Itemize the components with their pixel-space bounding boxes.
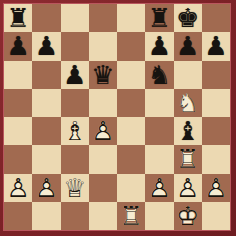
black-piece-glyph: ♟: [176, 33, 199, 59]
white-pawn-b2[interactable]: ♟♙: [32, 174, 60, 202]
white-pawn-f2[interactable]: ♟♙: [145, 174, 173, 202]
square-e1[interactable]: ♜♖: [117, 202, 145, 230]
square-c7[interactable]: [61, 32, 89, 60]
square-g3[interactable]: ♜♖: [174, 145, 202, 173]
square-h8[interactable]: [202, 4, 230, 32]
square-g5[interactable]: ♞♘: [174, 89, 202, 117]
black-piece-glyph: ♝: [176, 118, 199, 144]
square-d1[interactable]: [89, 202, 117, 230]
square-f7[interactable]: ♟: [145, 32, 173, 60]
square-b3[interactable]: [32, 145, 60, 173]
white-piece-outline: ♕: [63, 175, 86, 201]
white-pawn-a2[interactable]: ♟♙: [4, 174, 32, 202]
white-piece-outline: ♙: [91, 118, 114, 144]
black-piece-glyph: ♟: [6, 33, 29, 59]
square-b7[interactable]: ♟: [32, 32, 60, 60]
square-a2[interactable]: ♟♙: [4, 174, 32, 202]
square-f4[interactable]: [145, 117, 173, 145]
white-piece-outline: ♙: [35, 175, 58, 201]
square-e6[interactable]: [117, 61, 145, 89]
square-b4[interactable]: [32, 117, 60, 145]
black-knight-f6[interactable]: ♞: [145, 61, 173, 89]
white-pawn-d4[interactable]: ♟♙: [89, 117, 117, 145]
square-h4[interactable]: [202, 117, 230, 145]
square-d8[interactable]: [89, 4, 117, 32]
white-piece-outline: ♖: [119, 203, 142, 229]
white-pawn-g2[interactable]: ♟♙: [174, 174, 202, 202]
square-h6[interactable]: [202, 61, 230, 89]
square-c6[interactable]: ♟: [61, 61, 89, 89]
square-g1[interactable]: ♚♔: [174, 202, 202, 230]
white-piece-outline: ♗: [63, 118, 86, 144]
square-d7[interactable]: [89, 32, 117, 60]
white-piece-outline: ♙: [6, 175, 29, 201]
square-c4[interactable]: ♝♗: [61, 117, 89, 145]
square-c8[interactable]: [61, 4, 89, 32]
black-rook-f8[interactable]: ♜: [145, 4, 173, 32]
square-g2[interactable]: ♟♙: [174, 174, 202, 202]
white-piece-outline: ♙: [204, 175, 227, 201]
black-piece-glyph: ♛: [91, 62, 114, 88]
square-h3[interactable]: [202, 145, 230, 173]
black-piece-glyph: ♜: [6, 5, 29, 31]
square-c5[interactable]: [61, 89, 89, 117]
black-pawn-h7[interactable]: ♟: [202, 32, 230, 60]
white-king-g1[interactable]: ♚♔: [174, 202, 202, 230]
white-piece-outline: ♔: [176, 203, 199, 229]
square-h1[interactable]: [202, 202, 230, 230]
white-knight-g5[interactable]: ♞♘: [174, 89, 202, 117]
square-e3[interactable]: [117, 145, 145, 173]
black-piece-glyph: ♟: [35, 33, 58, 59]
white-piece-outline: ♙: [148, 175, 171, 201]
square-b5[interactable]: [32, 89, 60, 117]
black-piece-glyph: ♚: [176, 5, 199, 31]
square-a4[interactable]: [4, 117, 32, 145]
square-a3[interactable]: [4, 145, 32, 173]
square-e7[interactable]: [117, 32, 145, 60]
black-king-g8[interactable]: ♚: [174, 4, 202, 32]
square-g7[interactable]: ♟: [174, 32, 202, 60]
square-c2[interactable]: ♛♕: [61, 174, 89, 202]
square-d2[interactable]: [89, 174, 117, 202]
square-b2[interactable]: ♟♙: [32, 174, 60, 202]
square-f6[interactable]: ♞: [145, 61, 173, 89]
black-piece-glyph: ♜: [148, 5, 171, 31]
board-frame: ♜♜♚♟♟♟♟♟♟♛♞♞♘♝♗♟♙♝♜♖♟♙♟♙♛♕♟♙♟♙♟♙♜♖♚♔: [0, 0, 236, 236]
square-b6[interactable]: [32, 61, 60, 89]
square-f2[interactable]: ♟♙: [145, 174, 173, 202]
square-a7[interactable]: ♟: [4, 32, 32, 60]
white-bishop-c4[interactable]: ♝♗: [61, 117, 89, 145]
square-g8[interactable]: ♚: [174, 4, 202, 32]
square-a5[interactable]: [4, 89, 32, 117]
square-e2[interactable]: [117, 174, 145, 202]
square-c1[interactable]: [61, 202, 89, 230]
white-queen-c2[interactable]: ♛♕: [61, 174, 89, 202]
white-rook-e1[interactable]: ♜♖: [117, 202, 145, 230]
square-g6[interactable]: [174, 61, 202, 89]
square-a1[interactable]: [4, 202, 32, 230]
square-b1[interactable]: [32, 202, 60, 230]
black-pawn-b7[interactable]: ♟: [32, 32, 60, 60]
square-g4[interactable]: ♝: [174, 117, 202, 145]
square-a6[interactable]: [4, 61, 32, 89]
white-piece-outline: ♘: [176, 90, 199, 116]
square-b8[interactable]: [32, 4, 60, 32]
square-f3[interactable]: [145, 145, 173, 173]
white-pawn-h2[interactable]: ♟♙: [202, 174, 230, 202]
black-piece-glyph: ♟: [148, 33, 171, 59]
square-a8[interactable]: ♜: [4, 4, 32, 32]
white-piece-outline: ♙: [176, 175, 199, 201]
square-e5[interactable]: [117, 89, 145, 117]
square-d4[interactable]: ♟♙: [89, 117, 117, 145]
black-rook-a8[interactable]: ♜: [4, 4, 32, 32]
square-h7[interactable]: ♟: [202, 32, 230, 60]
square-f8[interactable]: ♜: [145, 4, 173, 32]
white-rook-g3[interactable]: ♜♖: [174, 145, 202, 173]
black-piece-glyph: ♟: [204, 33, 227, 59]
square-e4[interactable]: [117, 117, 145, 145]
chess-board: ♜♜♚♟♟♟♟♟♟♛♞♞♘♝♗♟♙♝♜♖♟♙♟♙♛♕♟♙♟♙♟♙♜♖♚♔: [3, 3, 231, 231]
square-h5[interactable]: [202, 89, 230, 117]
black-pawn-a7[interactable]: ♟: [4, 32, 32, 60]
square-c3[interactable]: [61, 145, 89, 173]
square-d3[interactable]: [89, 145, 117, 173]
black-pawn-c6[interactable]: ♟: [61, 61, 89, 89]
square-f5[interactable]: [145, 89, 173, 117]
black-piece-glyph: ♞: [148, 62, 171, 88]
black-pawn-g7[interactable]: ♟: [174, 32, 202, 60]
black-bishop-g4[interactable]: ♝: [174, 117, 202, 145]
white-piece-outline: ♖: [176, 146, 199, 172]
square-d6[interactable]: ♛: [89, 61, 117, 89]
square-f1[interactable]: [145, 202, 173, 230]
black-queen-d6[interactable]: ♛: [89, 61, 117, 89]
black-pawn-f7[interactable]: ♟: [145, 32, 173, 60]
black-piece-glyph: ♟: [63, 62, 86, 88]
square-h2[interactable]: ♟♙: [202, 174, 230, 202]
square-e8[interactable]: [117, 4, 145, 32]
square-d5[interactable]: [89, 89, 117, 117]
